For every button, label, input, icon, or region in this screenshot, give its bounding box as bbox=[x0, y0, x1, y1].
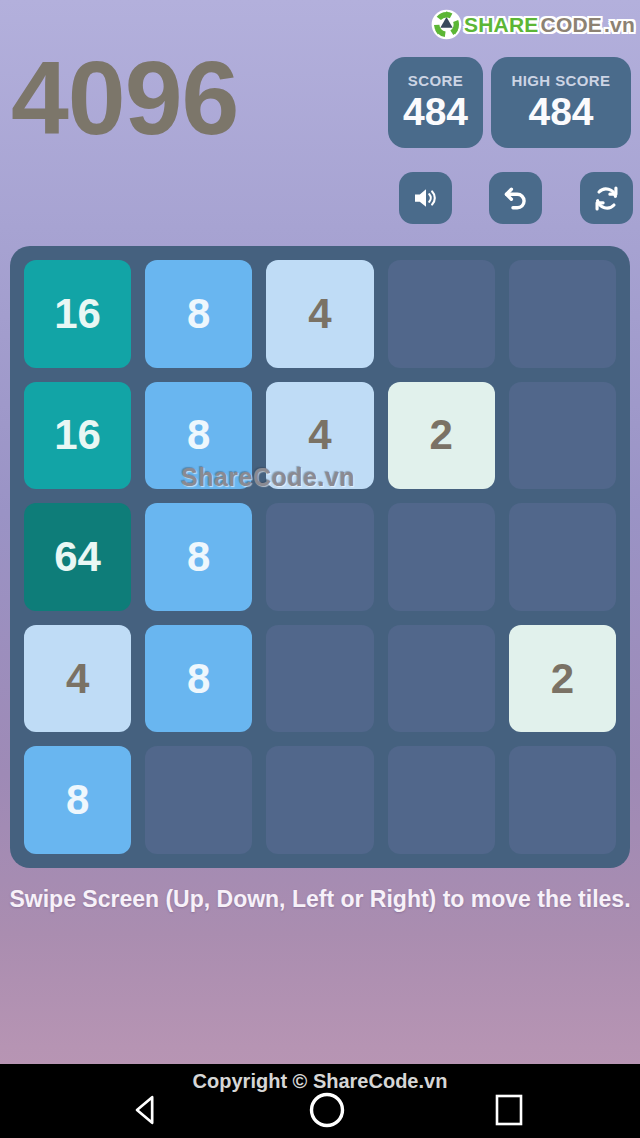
tile-2: 2 bbox=[388, 382, 495, 490]
tile-4: 4 bbox=[266, 260, 373, 368]
tile-8: 8 bbox=[145, 625, 252, 733]
logo-text-share: SHARE bbox=[464, 13, 539, 37]
empty-cell bbox=[509, 382, 616, 490]
nav-home-button[interactable] bbox=[305, 1088, 349, 1132]
logo-text-vn: .vn bbox=[604, 13, 635, 37]
tile-grid: 1684168426484828 bbox=[10, 246, 630, 868]
score-badge: SCORE 484 bbox=[388, 57, 483, 148]
tile-8: 8 bbox=[145, 503, 252, 611]
tile-8: 8 bbox=[24, 746, 131, 854]
game-board[interactable]: 1684168426484828 ShareCode.vn bbox=[10, 246, 630, 868]
tile-16: 16 bbox=[24, 260, 131, 368]
undo-icon bbox=[501, 184, 530, 213]
empty-cell bbox=[145, 746, 252, 854]
high-score-label: HIGH SCORE bbox=[511, 72, 610, 89]
empty-cell bbox=[266, 625, 373, 733]
logo-text-code: CODE bbox=[541, 13, 602, 37]
refresh-icon bbox=[592, 184, 621, 213]
empty-cell bbox=[388, 625, 495, 733]
empty-cell bbox=[509, 260, 616, 368]
restart-button[interactable] bbox=[580, 172, 633, 224]
swipe-hint: Swipe Screen (Up, Down, Left or Right) t… bbox=[0, 886, 640, 913]
score-value: 484 bbox=[403, 90, 468, 134]
back-triangle-icon bbox=[130, 1093, 158, 1127]
tile-8: 8 bbox=[145, 260, 252, 368]
nav-recents-button[interactable] bbox=[487, 1088, 531, 1132]
sharecode-logo: SHARECODE.vn bbox=[431, 9, 635, 40]
empty-cell bbox=[509, 503, 616, 611]
tile-2: 2 bbox=[509, 625, 616, 733]
empty-cell bbox=[388, 746, 495, 854]
game-title: 4096 bbox=[11, 46, 238, 150]
home-circle-icon bbox=[308, 1091, 346, 1129]
android-nav-bar: Copyright © ShareCode.vn bbox=[0, 1064, 640, 1138]
nav-back-button[interactable] bbox=[122, 1088, 166, 1132]
recents-square-icon bbox=[493, 1093, 525, 1127]
empty-cell bbox=[509, 746, 616, 854]
undo-button[interactable] bbox=[489, 172, 542, 224]
high-score-badge: HIGH SCORE 484 bbox=[491, 57, 631, 148]
tile-4: 4 bbox=[24, 625, 131, 733]
tile-16: 16 bbox=[24, 382, 131, 490]
app-screen: SHARECODE.vn 4096 SCORE 484 HIGH SCORE 4… bbox=[0, 0, 640, 1138]
empty-cell bbox=[388, 503, 495, 611]
empty-cell bbox=[388, 260, 495, 368]
speaker-icon bbox=[411, 183, 441, 213]
empty-cell bbox=[266, 503, 373, 611]
empty-cell bbox=[266, 746, 373, 854]
board-watermark: ShareCode.vn bbox=[181, 463, 355, 492]
high-score-value: 484 bbox=[528, 90, 593, 134]
recycle-logo-icon bbox=[431, 9, 462, 40]
tile-64: 64 bbox=[24, 503, 131, 611]
score-label: SCORE bbox=[408, 72, 463, 89]
sound-button[interactable] bbox=[399, 172, 452, 224]
